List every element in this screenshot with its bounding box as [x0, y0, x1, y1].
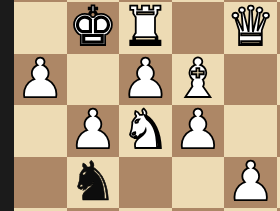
board-square[interactable]: [224, 54, 277, 106]
board-square[interactable]: [119, 208, 172, 211]
board-square[interactable]: ♞: [119, 105, 172, 157]
white-bishop[interactable]: ♝: [174, 53, 222, 105]
white-queen[interactable]: ♛: [226, 1, 274, 53]
window-edge-strip: [0, 0, 14, 211]
board-square[interactable]: [277, 157, 280, 209]
chess-app-screenshot: ♚♜♛♟♟♝♟♞♟♞♟: [0, 0, 280, 211]
board-square[interactable]: [119, 157, 172, 209]
board-square[interactable]: [277, 2, 280, 54]
board-square[interactable]: [277, 208, 280, 211]
board-square[interactable]: ♟: [224, 157, 277, 209]
white-pawn[interactable]: ♟: [226, 156, 274, 208]
board-square[interactable]: ♟: [14, 54, 67, 106]
board-square[interactable]: ♛: [224, 2, 277, 54]
board-square[interactable]: [14, 105, 67, 157]
white-pawn[interactable]: ♟: [121, 53, 169, 105]
board-square[interactable]: [277, 54, 280, 106]
white-pawn[interactable]: ♟: [174, 104, 222, 156]
white-king[interactable]: ♚: [69, 1, 117, 53]
board-square[interactable]: [14, 208, 67, 211]
board-square[interactable]: [14, 157, 67, 209]
black-knight[interactable]: ♞: [69, 156, 117, 208]
board-square[interactable]: ♟: [172, 105, 225, 157]
board-square[interactable]: [172, 208, 225, 211]
board-square[interactable]: ♚: [67, 2, 120, 54]
board-square[interactable]: ♞: [67, 157, 120, 209]
white-pawn[interactable]: ♟: [69, 104, 117, 156]
chess-board: ♚♜♛♟♟♝♟♞♟♞♟: [14, 0, 280, 211]
white-knight[interactable]: ♞: [121, 104, 169, 156]
white-rook[interactable]: ♜: [121, 1, 169, 53]
board-square[interactable]: [172, 157, 225, 209]
white-pawn[interactable]: ♟: [16, 53, 64, 105]
board-square[interactable]: [277, 105, 280, 157]
